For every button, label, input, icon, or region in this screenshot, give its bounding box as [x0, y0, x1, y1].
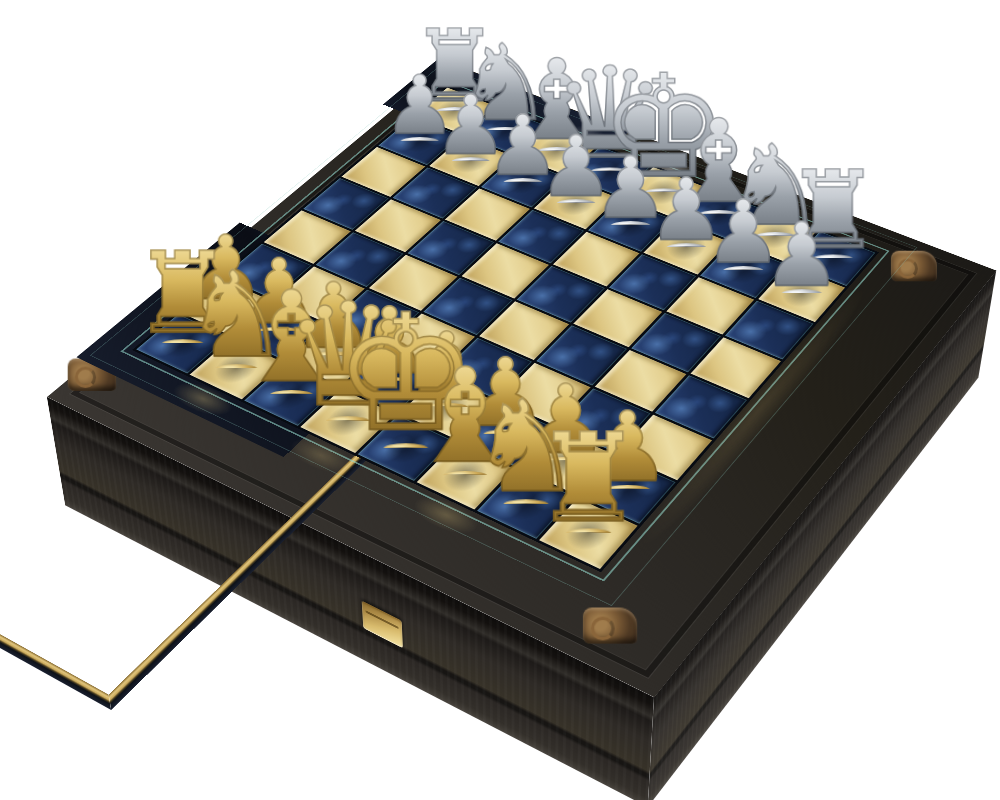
chess-set-photo: ♜♟♞♟♝♟♛♟♚♟♝♟♟♞♜♟♟♜♞♟♟♝♟♛♟♚♟♝♟♞♟♜ [0, 0, 1000, 800]
white-rook-icon: ♜ [510, 417, 666, 540]
brass-latch [361, 601, 402, 649]
latch-seam [365, 611, 398, 630]
black-pawn-icon: ♟ [731, 212, 871, 300]
